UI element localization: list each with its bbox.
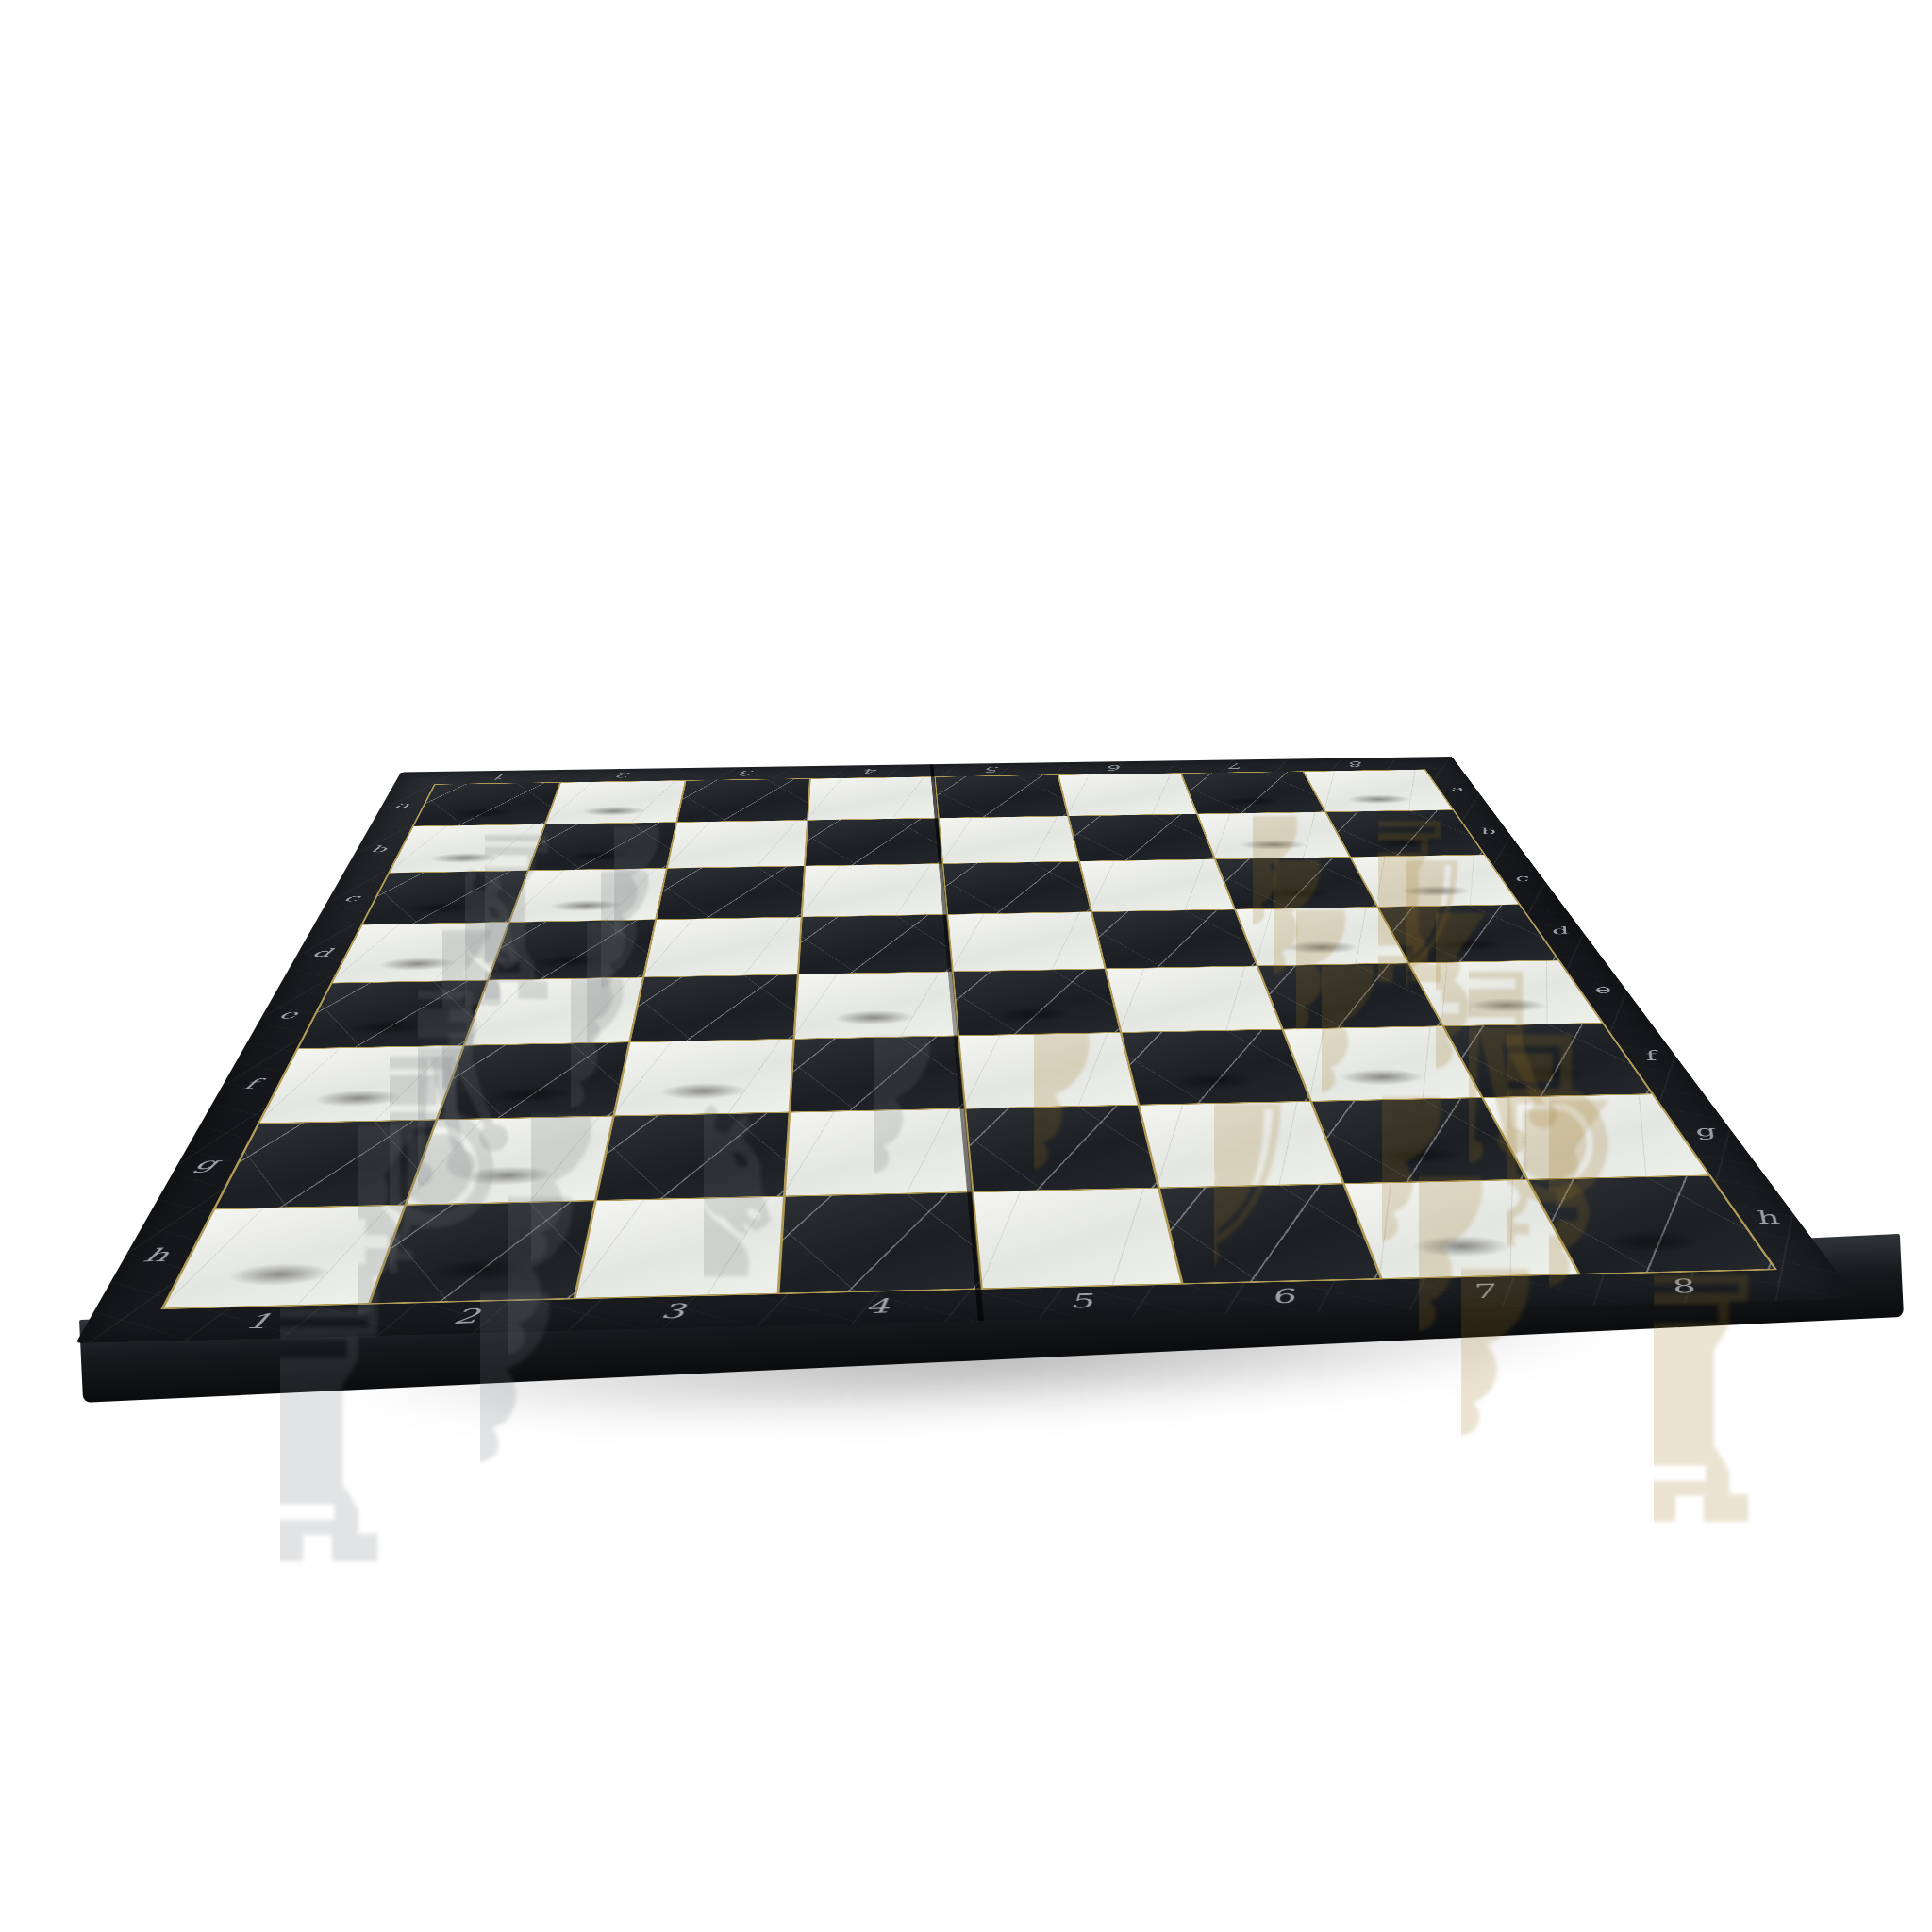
rank-label-back-6: 6 <box>1107 763 1124 772</box>
square-a4[interactable] <box>808 777 937 820</box>
square-a3[interactable] <box>677 779 809 822</box>
square-h2[interactable] <box>371 1201 594 1303</box>
square-e5[interactable] <box>953 969 1119 1035</box>
square-d7[interactable] <box>1236 908 1407 965</box>
square-c7[interactable] <box>1216 858 1376 909</box>
rank-label-front-6: 6 <box>1267 1285 1298 1307</box>
square-g3[interactable] <box>597 1113 789 1200</box>
rank-label-front-5: 5 <box>1067 1290 1095 1312</box>
rank-label-back-5: 5 <box>985 765 1001 774</box>
square-b2[interactable] <box>529 823 675 871</box>
square-c4[interactable] <box>803 864 946 917</box>
square-a1[interactable] <box>414 783 559 826</box>
square-b3[interactable] <box>668 821 807 868</box>
square-c2[interactable] <box>510 869 666 922</box>
square-f1[interactable] <box>260 1046 463 1124</box>
square-a5[interactable] <box>935 775 1067 818</box>
rank-label-front-3: 3 <box>659 1300 688 1324</box>
rank-label-front-7: 7 <box>1466 1280 1501 1303</box>
square-h3[interactable] <box>576 1197 783 1298</box>
square-f6[interactable] <box>1122 1029 1309 1104</box>
square-e6[interactable] <box>1107 966 1281 1032</box>
square-f2[interactable] <box>439 1042 629 1119</box>
square-h6[interactable] <box>1160 1184 1380 1283</box>
square-a8[interactable] <box>1304 770 1452 811</box>
square-f3[interactable] <box>615 1040 793 1116</box>
square-e3[interactable] <box>631 974 797 1041</box>
square-b5[interactable] <box>939 816 1077 863</box>
rank-label-back-4: 4 <box>863 767 878 775</box>
square-h4[interactable] <box>780 1192 979 1292</box>
square-a6[interactable] <box>1058 774 1195 816</box>
square-b7[interactable] <box>1198 812 1349 858</box>
square-f5[interactable] <box>959 1033 1137 1108</box>
square-e1[interactable] <box>299 980 487 1048</box>
square-d5[interactable] <box>948 912 1104 971</box>
square-d6[interactable] <box>1092 910 1256 969</box>
rank-label-front-1: 1 <box>241 1309 277 1333</box>
square-g4[interactable] <box>786 1109 971 1196</box>
square-e4[interactable] <box>795 972 957 1038</box>
rank-label-front-2: 2 <box>451 1305 483 1328</box>
square-c5[interactable] <box>943 862 1091 914</box>
rank-label-back-3: 3 <box>740 769 756 777</box>
square-c3[interactable] <box>657 866 804 919</box>
square-a2[interactable] <box>546 781 685 824</box>
square-d4[interactable] <box>799 915 951 974</box>
rank-label-front-8: 8 <box>1663 1275 1701 1298</box>
square-g5[interactable] <box>966 1106 1158 1191</box>
square-c1[interactable] <box>363 871 527 924</box>
board-scene: abcdefghabcdefgh1234567812345678 ♜♜♟♟♟♟♜… <box>75 757 1857 1343</box>
square-f4[interactable] <box>791 1036 964 1111</box>
square-h5[interactable] <box>974 1189 1180 1288</box>
rank-label-front-4: 4 <box>865 1294 890 1317</box>
square-b4[interactable] <box>806 819 941 866</box>
square-e2[interactable] <box>465 977 642 1044</box>
rank-label-back-2: 2 <box>616 771 633 779</box>
square-d2[interactable] <box>490 920 656 979</box>
square-g2[interactable] <box>408 1116 613 1204</box>
square-b6[interactable] <box>1069 814 1214 861</box>
rank-label-back-7: 7 <box>1227 762 1246 771</box>
square-a7[interactable] <box>1182 772 1324 814</box>
square-d3[interactable] <box>644 918 800 977</box>
square-c6[interactable] <box>1080 859 1234 911</box>
square-g6[interactable] <box>1140 1102 1342 1188</box>
product-photo-page: abcdefghabcdefgh1234567812345678 ♜♜♟♟♟♟♜… <box>0 0 1932 1932</box>
square-d1[interactable] <box>333 923 508 983</box>
square-b1[interactable] <box>390 824 544 873</box>
